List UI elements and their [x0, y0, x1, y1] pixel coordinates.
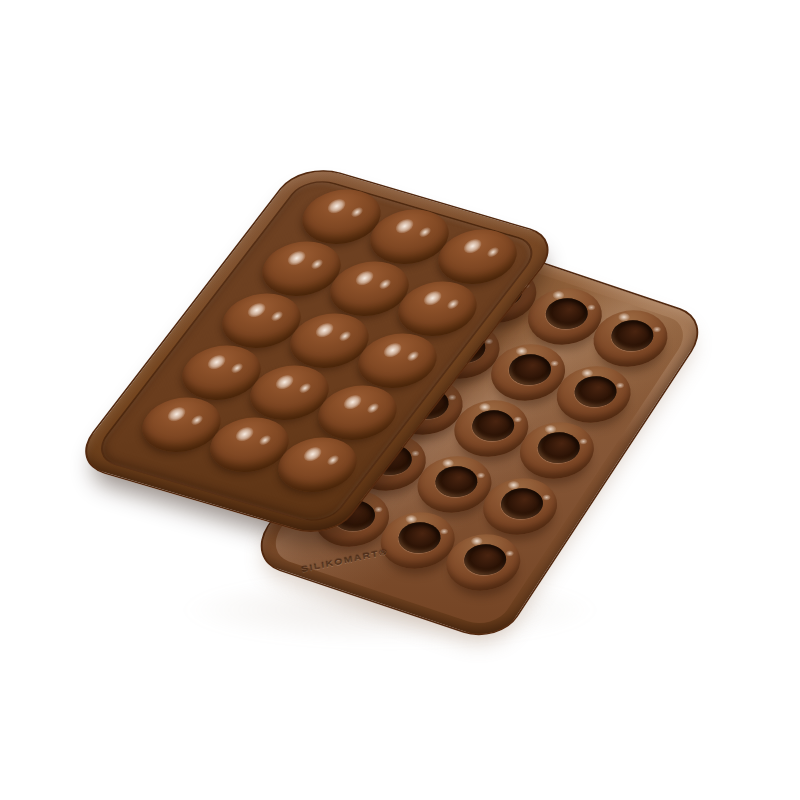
product-photo-scene: SILIKOMART® [0, 0, 800, 800]
cavity-hole [568, 371, 624, 412]
cavity-hole [531, 427, 587, 468]
cavity-hole [604, 315, 660, 356]
cavity-hole [428, 461, 484, 502]
cavity-hole [457, 539, 513, 580]
cavity-hole [392, 517, 448, 558]
cavity-hole [502, 349, 558, 390]
cavity-hole [465, 405, 521, 446]
cavity-hole [539, 293, 595, 334]
cavity-hole [494, 483, 550, 524]
